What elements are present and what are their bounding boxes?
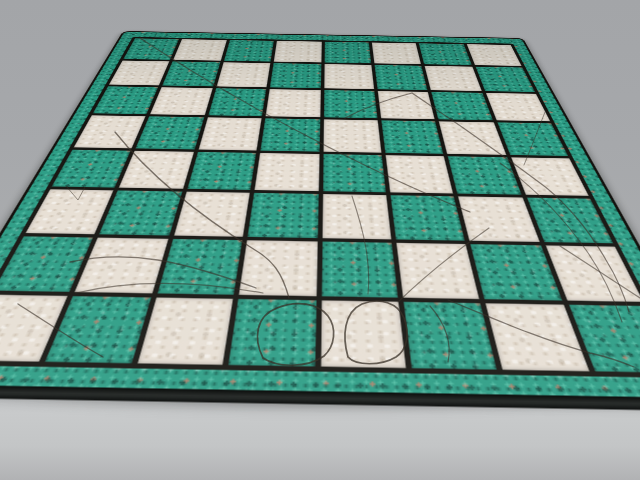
square-f3[interactable] [390,195,465,241]
square-d5[interactable] [261,118,320,151]
square-g3[interactable] [458,196,539,242]
square-h8[interactable] [466,44,521,66]
square-h2[interactable] [545,246,640,302]
board-inner-frame [0,37,640,378]
square-d4[interactable] [255,153,319,191]
square-b3[interactable] [100,190,182,235]
board-tilt-wrapper [116,31,523,438]
square-g4[interactable] [448,156,521,195]
square-c5[interactable] [198,117,261,150]
square-h4[interactable] [511,157,589,196]
square-b8[interactable] [174,39,227,61]
square-d8[interactable] [274,41,321,63]
square-e5[interactable] [323,119,381,152]
square-a8[interactable] [123,38,179,60]
square-c3[interactable] [174,192,250,238]
square-c1[interactable] [137,297,233,365]
square-h7[interactable] [475,67,535,92]
square-f8[interactable] [372,43,422,65]
board-border [0,32,640,398]
square-g5[interactable] [439,121,505,154]
square-e7[interactable] [324,64,374,89]
square-h3[interactable] [526,197,613,243]
square-c7[interactable] [216,62,270,87]
square-b7[interactable] [163,62,220,87]
square-c6[interactable] [208,88,266,116]
square-c2[interactable] [157,239,242,294]
square-b6[interactable] [151,87,213,115]
square-d7[interactable] [270,63,321,88]
square-d2[interactable] [239,241,317,296]
photo-scene [0,0,640,480]
square-d3[interactable] [248,193,318,239]
square-f6[interactable] [378,91,435,119]
square-e6[interactable] [323,90,377,118]
square-e1[interactable] [320,300,406,368]
square-e2[interactable] [321,242,398,297]
square-e4[interactable] [322,154,385,193]
square-f7[interactable] [374,65,427,90]
square-a7[interactable] [109,61,169,86]
square-a6[interactable] [93,86,159,114]
square-b5[interactable] [136,116,204,149]
square-c4[interactable] [187,151,256,189]
square-f5[interactable] [381,120,443,153]
square-c8[interactable] [224,40,274,62]
square-g6[interactable] [432,92,493,121]
square-e3[interactable] [322,194,391,240]
square-g8[interactable] [419,43,471,65]
square-d1[interactable] [229,298,316,366]
square-h6[interactable] [485,93,550,122]
square-a3[interactable] [26,189,114,234]
square-f4[interactable] [385,155,453,194]
square-f2[interactable] [396,243,479,298]
chessboard-grid [0,38,640,372]
square-d6[interactable] [266,89,320,117]
square-a4[interactable] [52,149,131,187]
square-h5[interactable] [497,122,568,155]
square-f1[interactable] [403,301,497,369]
square-b4[interactable] [120,150,194,188]
chessboard [0,31,640,402]
square-g7[interactable] [425,66,481,91]
square-e8[interactable] [324,42,371,64]
square-a5[interactable] [74,115,146,148]
